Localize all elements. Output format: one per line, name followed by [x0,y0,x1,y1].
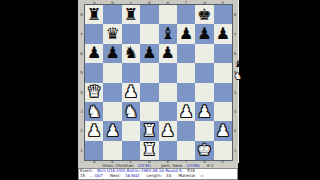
material-balance-indicator: ♝ ♞ [232,58,244,82]
square-h5[interactable] [214,63,232,82]
white-pawn: ♟ [216,123,230,139]
black-pawn: ♟ [197,26,211,42]
square-f8[interactable] [177,5,195,24]
square-d5[interactable] [140,63,158,82]
black-queen: ♛ [105,26,119,42]
square-e2[interactable]: ♟ [159,121,177,140]
square-a7[interactable] [85,24,103,43]
material-value: = [200,173,203,178]
square-h3[interactable] [214,102,232,121]
square-a6[interactable]: ♟ [85,44,103,63]
rank-label-7: 7 [78,24,85,43]
square-e1[interactable] [159,141,177,160]
square-f2[interactable] [177,121,195,140]
square-a8[interactable]: ♜ [85,5,103,24]
square-b4[interactable] [103,83,121,102]
video-frame: { "game": "chess", "position": { "fen": … [0,0,320,180]
square-d7[interactable] [140,24,158,43]
last-move[interactable]: ... Qb7 [89,173,102,178]
square-c8[interactable]: ♜ [122,5,140,24]
square-c4[interactable]: ♟ [122,83,140,102]
square-d3[interactable] [140,102,158,121]
square-b6[interactable]: ♟ [103,44,121,63]
rank-label-8: 8 [78,5,85,24]
white-pawn: ♟ [105,123,119,139]
white-queen: ♛ [87,84,101,100]
square-h7[interactable]: ♟ [214,24,232,43]
black-pawn: ♟ [142,45,156,61]
black-rook: ♜ [124,7,138,23]
square-g1[interactable]: ♚ [195,141,213,160]
length-label: Length: [147,173,162,178]
next-label: Next: [110,173,121,178]
material-label: Material: [178,173,196,178]
rank-label-1: 1 [232,141,238,160]
square-c1[interactable] [122,141,140,160]
square-h8[interactable] [214,5,232,24]
white-pawn: ♟ [161,123,175,139]
rank-label-2: 2 [232,121,238,140]
black-king: ♚ [197,7,211,23]
black-bishop: ♝ [161,26,175,42]
square-e6[interactable]: ♟ [159,44,177,63]
game-info-box: Event: Wch U16 20th Baltim 1983.08.16 Ro… [78,168,238,180]
white-knight: ♞ [87,104,101,120]
length-value: 30 [166,173,171,178]
square-f5[interactable] [177,63,195,82]
square-b3[interactable] [103,102,121,121]
chess-board: ♜♜♚♛♝♟♟♟♟♟♞♟♟♛♟♞♞♟♟♟♟♜♟♟♜♚ [85,5,232,160]
rank-label-5: 5 [78,63,85,82]
square-d4[interactable] [140,83,158,102]
square-c5[interactable] [122,63,140,82]
square-e3[interactable] [159,102,177,121]
white-pawn: ♟ [179,104,193,120]
white-pawn: ♟ [87,123,101,139]
stats-line: 15 ... Qb7 Next: 16.Nd2 Length: 30 Mater… [79,174,237,179]
black-pawn: ♟ [161,45,175,61]
rank-label-8: 8 [232,5,238,24]
square-b1[interactable] [103,141,121,160]
white-king: ♚ [197,142,211,158]
white-rook: ♜ [142,142,156,158]
rank-label-4: 4 [232,83,238,102]
square-a4[interactable]: ♛ [85,83,103,102]
square-a1[interactable] [85,141,103,160]
black-pawn: ♟ [87,45,101,61]
square-h6[interactable] [214,44,232,63]
square-c2[interactable] [122,121,140,140]
square-f4[interactable] [177,83,195,102]
black-pawn: ♟ [105,45,119,61]
black-rook: ♜ [87,7,101,23]
move-number: 15 [80,173,85,178]
square-g3[interactable]: ♟ [195,102,213,121]
square-g2[interactable] [195,121,213,140]
square-c6[interactable]: ♞ [122,44,140,63]
square-b5[interactable] [103,63,121,82]
square-d8[interactable] [140,5,158,24]
square-d6[interactable]: ♟ [140,44,158,63]
rank-label-4: 4 [78,83,85,102]
rank-label-1: 1 [78,141,85,160]
square-b8[interactable] [103,5,121,24]
square-d1[interactable]: ♜ [140,141,158,160]
square-g7[interactable]: ♟ [195,24,213,43]
square-g6[interactable] [195,44,213,63]
square-g4[interactable] [195,83,213,102]
square-e4[interactable] [159,83,177,102]
square-a2[interactable]: ♟ [85,121,103,140]
square-c7[interactable] [122,24,140,43]
rank-label-7: 7 [232,24,238,43]
square-g8[interactable]: ♚ [195,5,213,24]
white-pawn: ♟ [124,84,138,100]
square-e8[interactable] [159,5,177,24]
white-rook: ♜ [142,123,156,139]
rank-label-3: 3 [78,102,85,121]
square-b7[interactable]: ♛ [103,24,121,43]
square-e7[interactable]: ♝ [159,24,177,43]
rank-label-6: 6 [78,44,85,63]
square-a5[interactable] [85,63,103,82]
next-move[interactable]: 16.Nd2 [125,173,139,178]
black-knight: ♞ [124,45,138,61]
square-b2[interactable]: ♟ [103,121,121,140]
rank-label-3: 3 [232,102,238,121]
square-f3[interactable]: ♟ [177,102,195,121]
rank-label-2: 2 [78,121,85,140]
black-extra-bishop-icon: ♝ [234,58,242,70]
board-frame: abcdefgh 87654321 87654321 ♜♜♚♛♝♟♟♟♟♟♞♟♟… [78,0,239,163]
black-pawn: ♟ [216,26,230,42]
square-f6[interactable] [177,44,195,63]
square-e5[interactable] [159,63,177,82]
square-c3[interactable]: ♞ [122,102,140,121]
white-pawn: ♟ [197,104,211,120]
square-g5[interactable] [195,63,213,82]
square-h4[interactable] [214,83,232,102]
square-d2[interactable]: ♜ [140,121,158,140]
square-h2[interactable]: ♟ [214,121,232,140]
square-f7[interactable]: ♟ [177,24,195,43]
white-extra-knight-icon: ♞ [234,70,242,82]
square-a3[interactable]: ♞ [85,102,103,121]
game-caption: Orlov, Christian (2245) - Jann, Vano (21… [78,163,238,178]
rank-labels-right: 87654321 [232,5,238,160]
white-knight: ♞ [124,104,138,120]
black-pawn: ♟ [179,26,193,42]
rank-labels-left: 87654321 [78,5,85,160]
square-f1[interactable] [177,141,195,160]
square-h1[interactable] [214,141,232,160]
